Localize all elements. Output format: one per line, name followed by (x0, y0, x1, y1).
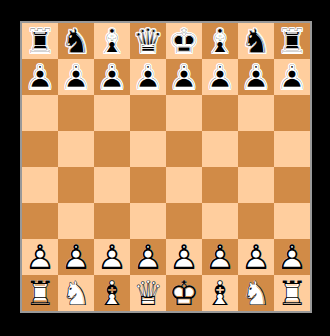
square-f1[interactable]: ♝♗ (202, 275, 238, 311)
square-e4[interactable] (166, 167, 202, 203)
square-c7[interactable]: ♟♙ (94, 59, 130, 95)
square-g1[interactable]: ♞♘ (238, 275, 274, 311)
piece-white-rook[interactable]: ♜♖ (22, 275, 58, 311)
square-a6[interactable] (22, 95, 58, 131)
square-b2[interactable]: ♟♙ (58, 239, 94, 275)
piece-white-queen[interactable]: ♛♕ (130, 275, 166, 311)
square-h1[interactable]: ♜♖ (274, 275, 310, 311)
square-h5[interactable] (274, 131, 310, 167)
square-b4[interactable] (58, 167, 94, 203)
square-d5[interactable] (130, 131, 166, 167)
piece-black-knight[interactable]: ♞♘ (238, 23, 274, 59)
square-e6[interactable] (166, 95, 202, 131)
black-pawn-outline-icon: ♙ (166, 59, 202, 95)
square-a1[interactable]: ♜♖ (22, 275, 58, 311)
square-g7[interactable]: ♟♙ (238, 59, 274, 95)
square-e7[interactable]: ♟♙ (166, 59, 202, 95)
square-h2[interactable]: ♟♙ (274, 239, 310, 275)
square-e1[interactable]: ♚♔ (166, 275, 202, 311)
square-c3[interactable] (94, 203, 130, 239)
black-pawn-outline-icon: ♙ (130, 59, 166, 95)
square-a7[interactable]: ♟♙ (22, 59, 58, 95)
white-bishop-outline-icon: ♗ (202, 275, 238, 311)
square-b3[interactable] (58, 203, 94, 239)
piece-black-rook[interactable]: ♜♖ (274, 23, 310, 59)
black-rook-outline-icon: ♖ (22, 23, 58, 59)
piece-white-pawn[interactable]: ♟♙ (130, 239, 166, 275)
square-h4[interactable] (274, 167, 310, 203)
piece-white-pawn[interactable]: ♟♙ (58, 239, 94, 275)
square-e8[interactable]: ♚♔ (166, 23, 202, 59)
square-f6[interactable] (202, 95, 238, 131)
square-a5[interactable] (22, 131, 58, 167)
square-f4[interactable] (202, 167, 238, 203)
square-g2[interactable]: ♟♙ (238, 239, 274, 275)
square-b8[interactable]: ♞♘ (58, 23, 94, 59)
white-knight-outline-icon: ♘ (238, 275, 274, 311)
square-d1[interactable]: ♛♕ (130, 275, 166, 311)
piece-white-king[interactable]: ♚♔ (166, 275, 202, 311)
piece-white-pawn[interactable]: ♟♙ (22, 239, 58, 275)
piece-white-pawn[interactable]: ♟♙ (238, 239, 274, 275)
piece-black-rook[interactable]: ♜♖ (22, 23, 58, 59)
piece-white-pawn[interactable]: ♟♙ (166, 239, 202, 275)
black-knight-outline-icon: ♘ (238, 23, 274, 59)
black-rook-outline-icon: ♖ (274, 23, 310, 59)
piece-white-pawn[interactable]: ♟♙ (274, 239, 310, 275)
square-g3[interactable] (238, 203, 274, 239)
piece-white-bishop[interactable]: ♝♗ (94, 275, 130, 311)
piece-white-knight[interactable]: ♞♘ (58, 275, 94, 311)
app-background: { "game": "chess", "position": { "fen": … (0, 0, 330, 336)
piece-black-bishop[interactable]: ♝♗ (202, 23, 238, 59)
black-pawn-outline-icon: ♙ (22, 59, 58, 95)
black-pawn-outline-icon: ♙ (58, 59, 94, 95)
white-knight-outline-icon: ♘ (58, 275, 94, 311)
black-bishop-outline-icon: ♗ (202, 23, 238, 59)
square-g5[interactable] (238, 131, 274, 167)
black-bishop-outline-icon: ♗ (94, 23, 130, 59)
square-b5[interactable] (58, 131, 94, 167)
white-pawn-outline-icon: ♙ (202, 239, 238, 275)
black-pawn-outline-icon: ♙ (202, 59, 238, 95)
piece-white-knight[interactable]: ♞♘ (238, 275, 274, 311)
white-rook-outline-icon: ♖ (22, 275, 58, 311)
square-d8[interactable]: ♛♕ (130, 23, 166, 59)
black-king-outline-icon: ♔ (166, 23, 202, 59)
piece-black-queen[interactable]: ♛♕ (130, 23, 166, 59)
square-d2[interactable]: ♟♙ (130, 239, 166, 275)
piece-white-pawn[interactable]: ♟♙ (202, 239, 238, 275)
piece-white-rook[interactable]: ♜♖ (274, 275, 310, 311)
square-g8[interactable]: ♞♘ (238, 23, 274, 59)
white-pawn-outline-icon: ♙ (130, 239, 166, 275)
chessboard: ♜♖♞♘♝♗♛♕♚♔♝♗♞♘♜♖♟♙♟♙♟♙♟♙♟♙♟♙♟♙♟♙♟♙♟♙♟♙♟♙… (22, 23, 310, 311)
piece-white-bishop[interactable]: ♝♗ (202, 275, 238, 311)
piece-white-pawn[interactable]: ♟♙ (94, 239, 130, 275)
square-h7[interactable]: ♟♙ (274, 59, 310, 95)
square-f8[interactable]: ♝♗ (202, 23, 238, 59)
piece-black-bishop[interactable]: ♝♗ (94, 23, 130, 59)
black-queen-outline-icon: ♕ (130, 23, 166, 59)
square-c1[interactable]: ♝♗ (94, 275, 130, 311)
chessboard-frame: ♜♖♞♘♝♗♛♕♚♔♝♗♞♘♜♖♟♙♟♙♟♙♟♙♟♙♟♙♟♙♟♙♟♙♟♙♟♙♟♙… (20, 21, 312, 313)
white-pawn-outline-icon: ♙ (166, 239, 202, 275)
square-c4[interactable] (94, 167, 130, 203)
square-e3[interactable] (166, 203, 202, 239)
white-rook-outline-icon: ♖ (274, 275, 310, 311)
square-c8[interactable]: ♝♗ (94, 23, 130, 59)
square-a3[interactable] (22, 203, 58, 239)
white-pawn-outline-icon: ♙ (22, 239, 58, 275)
white-pawn-outline-icon: ♙ (238, 239, 274, 275)
square-f5[interactable] (202, 131, 238, 167)
square-d3[interactable] (130, 203, 166, 239)
square-b7[interactable]: ♟♙ (58, 59, 94, 95)
black-pawn-outline-icon: ♙ (274, 59, 310, 95)
piece-black-pawn[interactable]: ♟♙ (58, 59, 94, 95)
piece-black-pawn[interactable]: ♟♙ (22, 59, 58, 95)
white-queen-outline-icon: ♕ (130, 275, 166, 311)
square-e5[interactable] (166, 131, 202, 167)
square-a2[interactable]: ♟♙ (22, 239, 58, 275)
square-f2[interactable]: ♟♙ (202, 239, 238, 275)
square-c5[interactable] (94, 131, 130, 167)
square-c2[interactable]: ♟♙ (94, 239, 130, 275)
square-g4[interactable] (238, 167, 274, 203)
white-pawn-outline-icon: ♙ (274, 239, 310, 275)
square-d4[interactable] (130, 167, 166, 203)
square-a4[interactable] (22, 167, 58, 203)
square-h6[interactable] (274, 95, 310, 131)
square-d7[interactable]: ♟♙ (130, 59, 166, 95)
square-e2[interactable]: ♟♙ (166, 239, 202, 275)
black-pawn-outline-icon: ♙ (94, 59, 130, 95)
piece-black-pawn[interactable]: ♟♙ (202, 59, 238, 95)
piece-black-knight[interactable]: ♞♘ (58, 23, 94, 59)
white-pawn-outline-icon: ♙ (58, 239, 94, 275)
black-knight-outline-icon: ♘ (58, 23, 94, 59)
piece-black-pawn[interactable]: ♟♙ (166, 59, 202, 95)
white-pawn-outline-icon: ♙ (94, 239, 130, 275)
square-f7[interactable]: ♟♙ (202, 59, 238, 95)
square-h3[interactable] (274, 203, 310, 239)
square-g6[interactable] (238, 95, 274, 131)
square-b6[interactable] (58, 95, 94, 131)
square-b1[interactable]: ♞♘ (58, 275, 94, 311)
square-c6[interactable] (94, 95, 130, 131)
piece-black-king[interactable]: ♚♔ (166, 23, 202, 59)
square-a8[interactable]: ♜♖ (22, 23, 58, 59)
white-bishop-outline-icon: ♗ (94, 275, 130, 311)
square-h8[interactable]: ♜♖ (274, 23, 310, 59)
white-king-outline-icon: ♔ (166, 275, 202, 311)
square-f3[interactable] (202, 203, 238, 239)
square-d6[interactable] (130, 95, 166, 131)
piece-black-pawn[interactable]: ♟♙ (238, 59, 274, 95)
black-pawn-outline-icon: ♙ (238, 59, 274, 95)
piece-black-pawn[interactable]: ♟♙ (94, 59, 130, 95)
piece-black-pawn[interactable]: ♟♙ (130, 59, 166, 95)
piece-black-pawn[interactable]: ♟♙ (274, 59, 310, 95)
